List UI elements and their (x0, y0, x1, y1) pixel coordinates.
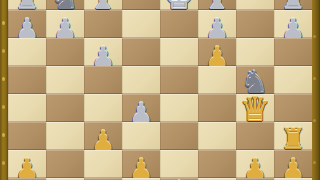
square-f8[interactable]: ♝ (198, 0, 236, 10)
square-e7[interactable] (160, 10, 198, 38)
square-g8[interactable] (236, 0, 274, 10)
square-f6[interactable]: ♟ (198, 38, 236, 66)
square-c7[interactable] (84, 10, 122, 38)
square-c8[interactable]: ♝ (84, 0, 122, 10)
square-d3[interactable] (122, 122, 160, 150)
white-pawn-a2[interactable]: ♟ (15, 155, 39, 180)
square-g2[interactable]: ♟ (236, 150, 274, 178)
square-h5[interactable] (274, 66, 312, 94)
square-c1[interactable] (84, 178, 122, 180)
square-g3[interactable] (236, 122, 274, 150)
square-e3[interactable] (160, 122, 198, 150)
square-g1[interactable] (236, 178, 274, 180)
square-h4[interactable] (274, 94, 312, 122)
square-b2[interactable] (46, 150, 84, 178)
square-a4[interactable] (8, 94, 46, 122)
square-b8[interactable]: ♞ (46, 0, 84, 10)
square-g4[interactable]: ♛ (236, 94, 274, 122)
white-pawn-h2[interactable]: ♟ (281, 155, 305, 180)
square-e8[interactable]: ♚ (160, 0, 198, 10)
square-d1[interactable]: ♜ (122, 178, 160, 180)
square-b4[interactable] (46, 94, 84, 122)
square-d4[interactable]: ♟ (122, 94, 160, 122)
square-a7[interactable]: ♟ (8, 10, 46, 38)
square-c3[interactable]: ♟ (84, 122, 122, 150)
square-f4[interactable] (198, 94, 236, 122)
square-c2[interactable] (84, 150, 122, 178)
white-queen-g4[interactable]: ♛ (240, 92, 270, 126)
square-e5[interactable] (160, 66, 198, 94)
square-f2[interactable] (198, 150, 236, 178)
square-b6[interactable] (46, 38, 84, 66)
square-d7[interactable] (122, 10, 160, 38)
square-d5[interactable] (122, 66, 160, 94)
white-king-e1[interactable]: ♚ (164, 176, 194, 180)
board-border-right (312, 0, 320, 180)
square-h3[interactable]: ♜ (274, 122, 312, 150)
square-a5[interactable] (8, 66, 46, 94)
square-d8[interactable] (122, 0, 160, 10)
square-e6[interactable] (160, 38, 198, 66)
square-b5[interactable] (46, 66, 84, 94)
chess-app-screenshot: ♜♞♝♚♝♜♟♟♟♟♟♟♞♟♛♟♜♟♟♟♟♜♚ (0, 0, 320, 180)
square-h7[interactable]: ♟ (274, 10, 312, 38)
square-c6[interactable]: ♟ (84, 38, 122, 66)
square-d2[interactable]: ♟ (122, 150, 160, 178)
square-b7[interactable]: ♟ (46, 10, 84, 38)
square-f3[interactable] (198, 122, 236, 150)
square-c5[interactable] (84, 66, 122, 94)
square-h6[interactable] (274, 38, 312, 66)
square-a3[interactable] (8, 122, 46, 150)
square-b3[interactable] (46, 122, 84, 150)
square-e1[interactable]: ♚ (160, 178, 198, 180)
square-f5[interactable] (198, 66, 236, 94)
square-h1[interactable] (274, 178, 312, 180)
white-pawn-g2[interactable]: ♟ (243, 155, 267, 180)
square-c4[interactable] (84, 94, 122, 122)
square-g6[interactable] (236, 38, 274, 66)
square-d6[interactable] (122, 38, 160, 66)
square-b1[interactable] (46, 178, 84, 180)
square-a6[interactable] (8, 38, 46, 66)
square-a2[interactable]: ♟ (8, 150, 46, 178)
square-h8[interactable]: ♜ (274, 0, 312, 10)
square-a8[interactable]: ♜ (8, 0, 46, 10)
square-h2[interactable]: ♟ (274, 150, 312, 178)
square-f7[interactable]: ♟ (198, 10, 236, 38)
square-a1[interactable] (8, 178, 46, 180)
board-border-left (0, 0, 8, 180)
square-e4[interactable] (160, 94, 198, 122)
square-g7[interactable] (236, 10, 274, 38)
white-pawn-d2[interactable]: ♟ (129, 155, 153, 180)
chess-board: ♜♞♝♚♝♜♟♟♟♟♟♟♞♟♛♟♜♟♟♟♟♜♚ (8, 0, 312, 180)
square-f1[interactable] (198, 178, 236, 180)
